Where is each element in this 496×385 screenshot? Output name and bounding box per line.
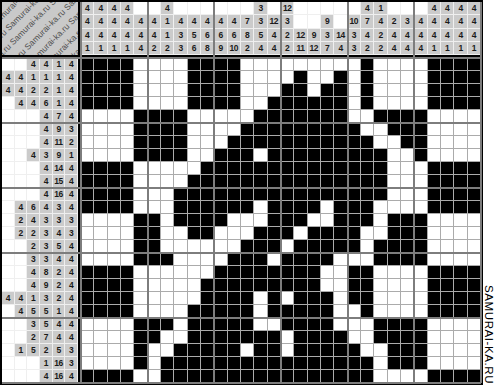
grid-cell[interactable]	[121, 162, 134, 175]
grid-cell[interactable]	[201, 266, 214, 279]
grid-cell[interactable]	[94, 110, 107, 123]
grid-cell[interactable]	[401, 370, 414, 383]
grid-cell[interactable]	[188, 227, 201, 240]
grid-cell[interactable]	[468, 292, 481, 305]
grid-cell[interactable]	[228, 58, 241, 71]
grid-cell[interactable]	[428, 279, 441, 292]
grid-cell[interactable]	[241, 175, 254, 188]
grid-cell[interactable]	[281, 331, 294, 344]
grid-cell[interactable]	[308, 253, 321, 266]
grid-cell[interactable]	[334, 149, 347, 162]
grid-cell[interactable]	[214, 110, 227, 123]
grid-cell[interactable]	[414, 84, 427, 97]
grid-cell[interactable]	[94, 71, 107, 84]
grid-cell[interactable]	[441, 149, 454, 162]
grid-cell[interactable]	[441, 331, 454, 344]
grid-cell[interactable]	[201, 201, 214, 214]
grid-cell[interactable]	[134, 227, 147, 240]
grid-cell[interactable]	[441, 227, 454, 240]
grid-cell[interactable]	[214, 214, 227, 227]
grid-cell[interactable]	[268, 149, 281, 162]
grid-cell[interactable]	[121, 71, 134, 84]
grid-cell[interactable]	[321, 71, 334, 84]
grid-cell[interactable]	[374, 188, 387, 201]
grid-cell[interactable]	[148, 266, 161, 279]
grid-cell[interactable]	[174, 370, 187, 383]
grid-cell[interactable]	[441, 58, 454, 71]
grid-cell[interactable]	[388, 71, 401, 84]
grid-cell[interactable]	[334, 344, 347, 357]
grid-cell[interactable]	[454, 162, 467, 175]
grid-cell[interactable]	[454, 266, 467, 279]
grid-cell[interactable]	[428, 318, 441, 331]
grid-cell[interactable]	[214, 357, 227, 370]
grid-cell[interactable]	[468, 240, 481, 253]
grid-cell[interactable]	[134, 279, 147, 292]
grid-cell[interactable]	[174, 331, 187, 344]
grid-cell[interactable]	[348, 305, 361, 318]
grid-cell[interactable]	[441, 305, 454, 318]
grid-cell[interactable]	[388, 84, 401, 97]
grid-cell[interactable]	[388, 305, 401, 318]
grid-cell[interactable]	[401, 58, 414, 71]
grid-cell[interactable]	[174, 201, 187, 214]
grid-cell[interactable]	[454, 279, 467, 292]
grid-cell[interactable]	[321, 240, 334, 253]
grid-cell[interactable]	[254, 162, 267, 175]
grid-cell[interactable]	[308, 188, 321, 201]
grid-cell[interactable]	[321, 97, 334, 110]
grid-cell[interactable]	[361, 357, 374, 370]
grid-cell[interactable]	[321, 357, 334, 370]
grid-cell[interactable]	[201, 240, 214, 253]
grid-cell[interactable]	[188, 279, 201, 292]
grid-cell[interactable]	[334, 136, 347, 149]
grid-cell[interactable]	[214, 266, 227, 279]
grid-cell[interactable]	[134, 357, 147, 370]
grid-cell[interactable]	[228, 175, 241, 188]
grid-cell[interactable]	[441, 188, 454, 201]
grid-cell[interactable]	[468, 110, 481, 123]
grid-cell[interactable]	[254, 110, 267, 123]
grid-cell[interactable]	[81, 123, 94, 136]
grid-cell[interactable]	[121, 266, 134, 279]
grid-cell[interactable]	[174, 110, 187, 123]
grid-cell[interactable]	[361, 136, 374, 149]
grid-cell[interactable]	[388, 292, 401, 305]
grid-cell[interactable]	[268, 136, 281, 149]
grid-cell[interactable]	[308, 149, 321, 162]
grid-cell[interactable]	[188, 305, 201, 318]
grid-cell[interactable]	[268, 266, 281, 279]
grid-cell[interactable]	[401, 305, 414, 318]
grid-cell[interactable]	[81, 175, 94, 188]
grid-cell[interactable]	[294, 162, 307, 175]
grid-cell[interactable]	[148, 97, 161, 110]
grid-cell[interactable]	[174, 149, 187, 162]
grid-cell[interactable]	[454, 292, 467, 305]
grid-cell[interactable]	[428, 123, 441, 136]
grid-cell[interactable]	[441, 214, 454, 227]
grid-cell[interactable]	[348, 266, 361, 279]
grid-cell[interactable]	[294, 58, 307, 71]
grid-cell[interactable]	[254, 188, 267, 201]
grid-cell[interactable]	[108, 188, 121, 201]
grid-cell[interactable]	[81, 227, 94, 240]
grid-cell[interactable]	[188, 71, 201, 84]
grid-cell[interactable]	[148, 370, 161, 383]
grid-cell[interactable]	[121, 305, 134, 318]
grid-cell[interactable]	[108, 123, 121, 136]
grid-cell[interactable]	[321, 370, 334, 383]
grid-cell[interactable]	[454, 344, 467, 357]
grid-cell[interactable]	[281, 266, 294, 279]
grid-cell[interactable]	[268, 305, 281, 318]
grid-cell[interactable]	[441, 136, 454, 149]
grid-cell[interactable]	[441, 370, 454, 383]
grid-cell[interactable]	[254, 175, 267, 188]
grid-cell[interactable]	[388, 188, 401, 201]
grid-cell[interactable]	[281, 279, 294, 292]
grid-cell[interactable]	[254, 357, 267, 370]
grid-cell[interactable]	[361, 175, 374, 188]
grid-cell[interactable]	[81, 136, 94, 149]
grid-cell[interactable]	[108, 344, 121, 357]
grid-cell[interactable]	[321, 188, 334, 201]
grid-cell[interactable]	[268, 201, 281, 214]
grid-cell[interactable]	[414, 279, 427, 292]
grid-cell[interactable]	[121, 370, 134, 383]
grid-cell[interactable]	[188, 266, 201, 279]
grid-cell[interactable]	[214, 370, 227, 383]
grid-cell[interactable]	[241, 357, 254, 370]
grid-cell[interactable]	[201, 344, 214, 357]
grid-cell[interactable]	[108, 136, 121, 149]
grid-cell[interactable]	[201, 227, 214, 240]
grid-cell[interactable]	[321, 266, 334, 279]
grid-cell[interactable]	[188, 97, 201, 110]
grid-cell[interactable]	[81, 110, 94, 123]
grid-cell[interactable]	[148, 279, 161, 292]
grid-cell[interactable]	[361, 370, 374, 383]
grid-cell[interactable]	[374, 71, 387, 84]
grid-cell[interactable]	[468, 253, 481, 266]
grid-cell[interactable]	[281, 123, 294, 136]
grid-cell[interactable]	[161, 149, 174, 162]
grid-cell[interactable]	[294, 123, 307, 136]
grid-cell[interactable]	[428, 136, 441, 149]
grid-cell[interactable]	[294, 266, 307, 279]
grid-cell[interactable]	[454, 214, 467, 227]
grid-cell[interactable]	[361, 214, 374, 227]
grid-cell[interactable]	[441, 201, 454, 214]
grid-cell[interactable]	[228, 357, 241, 370]
grid-cell[interactable]	[428, 71, 441, 84]
grid-cell[interactable]	[401, 84, 414, 97]
grid-cell[interactable]	[81, 201, 94, 214]
grid-cell[interactable]	[241, 266, 254, 279]
grid-cell[interactable]	[388, 227, 401, 240]
grid-cell[interactable]	[374, 149, 387, 162]
grid-cell[interactable]	[321, 123, 334, 136]
grid-cell[interactable]	[294, 214, 307, 227]
grid-cell[interactable]	[294, 201, 307, 214]
grid-cell[interactable]	[428, 201, 441, 214]
grid-cell[interactable]	[361, 227, 374, 240]
grid-cell[interactable]	[414, 149, 427, 162]
grid-cell[interactable]	[334, 110, 347, 123]
grid-cell[interactable]	[201, 149, 214, 162]
grid-cell[interactable]	[414, 71, 427, 84]
grid-cell[interactable]	[148, 110, 161, 123]
grid-cell[interactable]	[188, 253, 201, 266]
grid-cell[interactable]	[188, 344, 201, 357]
grid-cell[interactable]	[294, 149, 307, 162]
grid-cell[interactable]	[121, 253, 134, 266]
grid-cell[interactable]	[281, 188, 294, 201]
grid-cell[interactable]	[228, 279, 241, 292]
grid-cell[interactable]	[294, 227, 307, 240]
grid-cell[interactable]	[294, 240, 307, 253]
grid-cell[interactable]	[441, 344, 454, 357]
grid-cell[interactable]	[94, 240, 107, 253]
grid-cell[interactable]	[201, 214, 214, 227]
grid-cell[interactable]	[441, 292, 454, 305]
grid-cell[interactable]	[108, 201, 121, 214]
grid-cell[interactable]	[294, 136, 307, 149]
grid-cell[interactable]	[281, 149, 294, 162]
grid-cell[interactable]	[254, 71, 267, 84]
grid-cell[interactable]	[294, 175, 307, 188]
grid-cell[interactable]	[121, 136, 134, 149]
grid-cell[interactable]	[81, 279, 94, 292]
grid-cell[interactable]	[401, 344, 414, 357]
grid-cell[interactable]	[374, 357, 387, 370]
grid-cell[interactable]	[108, 227, 121, 240]
grid-cell[interactable]	[241, 240, 254, 253]
grid-cell[interactable]	[254, 331, 267, 344]
grid-cell[interactable]	[214, 71, 227, 84]
grid-cell[interactable]	[321, 136, 334, 149]
grid-cell[interactable]	[174, 58, 187, 71]
grid-cell[interactable]	[121, 331, 134, 344]
grid-cell[interactable]	[228, 110, 241, 123]
grid-cell[interactable]	[334, 279, 347, 292]
grid-cell[interactable]	[348, 71, 361, 84]
grid-cell[interactable]	[428, 227, 441, 240]
grid-cell[interactable]	[108, 331, 121, 344]
grid-cell[interactable]	[174, 318, 187, 331]
grid-cell[interactable]	[214, 318, 227, 331]
grid-cell[interactable]	[348, 357, 361, 370]
grid-cell[interactable]	[281, 253, 294, 266]
grid-cell[interactable]	[161, 279, 174, 292]
grid-cell[interactable]	[228, 214, 241, 227]
grid-cell[interactable]	[214, 292, 227, 305]
grid-cell[interactable]	[148, 331, 161, 344]
grid-cell[interactable]	[174, 84, 187, 97]
grid-cell[interactable]	[428, 84, 441, 97]
grid-cell[interactable]	[241, 58, 254, 71]
grid-cell[interactable]	[268, 97, 281, 110]
grid-cell[interactable]	[254, 201, 267, 214]
grid-cell[interactable]	[281, 84, 294, 97]
grid-cell[interactable]	[401, 136, 414, 149]
grid-cell[interactable]	[414, 123, 427, 136]
grid-cell[interactable]	[254, 305, 267, 318]
grid-cell[interactable]	[361, 344, 374, 357]
grid-cell[interactable]	[161, 71, 174, 84]
grid-cell[interactable]	[121, 279, 134, 292]
grid-cell[interactable]	[468, 370, 481, 383]
grid-cell[interactable]	[281, 318, 294, 331]
grid-cell[interactable]	[374, 305, 387, 318]
grid-cell[interactable]	[388, 370, 401, 383]
grid-cell[interactable]	[161, 305, 174, 318]
grid-cell[interactable]	[428, 149, 441, 162]
grid-cell[interactable]	[268, 58, 281, 71]
grid-cell[interactable]	[201, 162, 214, 175]
grid-cell[interactable]	[228, 227, 241, 240]
grid-cell[interactable]	[414, 292, 427, 305]
grid-cell[interactable]	[441, 110, 454, 123]
grid-cell[interactable]	[401, 162, 414, 175]
grid-cell[interactable]	[161, 162, 174, 175]
grid-cell[interactable]	[108, 214, 121, 227]
grid-cell[interactable]	[294, 188, 307, 201]
grid-cell[interactable]	[294, 110, 307, 123]
grid-cell[interactable]	[374, 201, 387, 214]
grid-cell[interactable]	[94, 58, 107, 71]
grid-cell[interactable]	[414, 162, 427, 175]
grid-cell[interactable]	[174, 97, 187, 110]
grid-cell[interactable]	[348, 344, 361, 357]
grid-cell[interactable]	[348, 188, 361, 201]
grid-cell[interactable]	[121, 318, 134, 331]
grid-cell[interactable]	[254, 149, 267, 162]
grid-cell[interactable]	[201, 97, 214, 110]
grid-cell[interactable]	[308, 266, 321, 279]
grid-cell[interactable]	[468, 175, 481, 188]
grid-cell[interactable]	[81, 357, 94, 370]
grid-cell[interactable]	[94, 227, 107, 240]
grid-cell[interactable]	[228, 253, 241, 266]
grid-cell[interactable]	[148, 318, 161, 331]
grid-cell[interactable]	[268, 214, 281, 227]
grid-cell[interactable]	[388, 279, 401, 292]
grid-cell[interactable]	[241, 201, 254, 214]
grid-cell[interactable]	[161, 318, 174, 331]
grid-cell[interactable]	[94, 97, 107, 110]
grid-cell[interactable]	[308, 331, 321, 344]
grid-cell[interactable]	[268, 240, 281, 253]
grid-cell[interactable]	[214, 344, 227, 357]
grid-cell[interactable]	[81, 266, 94, 279]
grid-cell[interactable]	[401, 71, 414, 84]
grid-cell[interactable]	[94, 318, 107, 331]
grid-cell[interactable]	[388, 266, 401, 279]
grid-cell[interactable]	[254, 344, 267, 357]
grid-cell[interactable]	[348, 240, 361, 253]
grid-cell[interactable]	[228, 71, 241, 84]
grid-cell[interactable]	[268, 227, 281, 240]
grid-cell[interactable]	[321, 253, 334, 266]
grid-cell[interactable]	[454, 71, 467, 84]
grid-cell[interactable]	[308, 292, 321, 305]
grid-cell[interactable]	[468, 58, 481, 71]
grid-cell[interactable]	[148, 162, 161, 175]
grid-cell[interactable]	[308, 84, 321, 97]
grid-cell[interactable]	[454, 253, 467, 266]
grid-cell[interactable]	[161, 97, 174, 110]
grid-cell[interactable]	[174, 292, 187, 305]
grid-cell[interactable]	[121, 344, 134, 357]
grid-cell[interactable]	[321, 58, 334, 71]
grid-cell[interactable]	[268, 357, 281, 370]
grid-cell[interactable]	[454, 227, 467, 240]
grid-cell[interactable]	[334, 175, 347, 188]
grid-cell[interactable]	[228, 240, 241, 253]
grid-cell[interactable]	[201, 188, 214, 201]
grid-cell[interactable]	[441, 84, 454, 97]
grid-cell[interactable]	[414, 357, 427, 370]
grid-cell[interactable]	[188, 201, 201, 214]
grid-cell[interactable]	[148, 149, 161, 162]
grid-cell[interactable]	[241, 97, 254, 110]
grid-cell[interactable]	[81, 58, 94, 71]
grid-cell[interactable]	[201, 279, 214, 292]
grid-cell[interactable]	[388, 240, 401, 253]
grid-cell[interactable]	[468, 357, 481, 370]
grid-cell[interactable]	[81, 370, 94, 383]
grid-cell[interactable]	[454, 175, 467, 188]
grid-cell[interactable]	[388, 253, 401, 266]
grid-cell[interactable]	[414, 305, 427, 318]
grid-cell[interactable]	[121, 292, 134, 305]
grid-cell[interactable]	[121, 227, 134, 240]
grid-cell[interactable]	[174, 344, 187, 357]
grid-cell[interactable]	[401, 357, 414, 370]
grid-cell[interactable]	[254, 136, 267, 149]
grid-cell[interactable]	[174, 123, 187, 136]
grid-cell[interactable]	[161, 188, 174, 201]
grid-cell[interactable]	[454, 240, 467, 253]
grid-cell[interactable]	[374, 123, 387, 136]
grid-cell[interactable]	[428, 266, 441, 279]
grid-cell[interactable]	[121, 240, 134, 253]
grid-cell[interactable]	[468, 201, 481, 214]
grid-cell[interactable]	[348, 162, 361, 175]
grid-cell[interactable]	[174, 305, 187, 318]
grid-cell[interactable]	[108, 97, 121, 110]
grid-cell[interactable]	[468, 266, 481, 279]
grid-cell[interactable]	[374, 175, 387, 188]
grid-cell[interactable]	[348, 214, 361, 227]
grid-cell[interactable]	[161, 370, 174, 383]
grid-cell[interactable]	[241, 71, 254, 84]
grid-cell[interactable]	[94, 123, 107, 136]
grid-cell[interactable]	[121, 110, 134, 123]
grid-cell[interactable]	[388, 58, 401, 71]
grid-cell[interactable]	[294, 292, 307, 305]
grid-cell[interactable]	[161, 136, 174, 149]
grid-cell[interactable]	[201, 110, 214, 123]
grid-cell[interactable]	[321, 84, 334, 97]
grid-cell[interactable]	[134, 292, 147, 305]
grid-cell[interactable]	[454, 318, 467, 331]
grid-cell[interactable]	[308, 318, 321, 331]
grid-cell[interactable]	[134, 344, 147, 357]
